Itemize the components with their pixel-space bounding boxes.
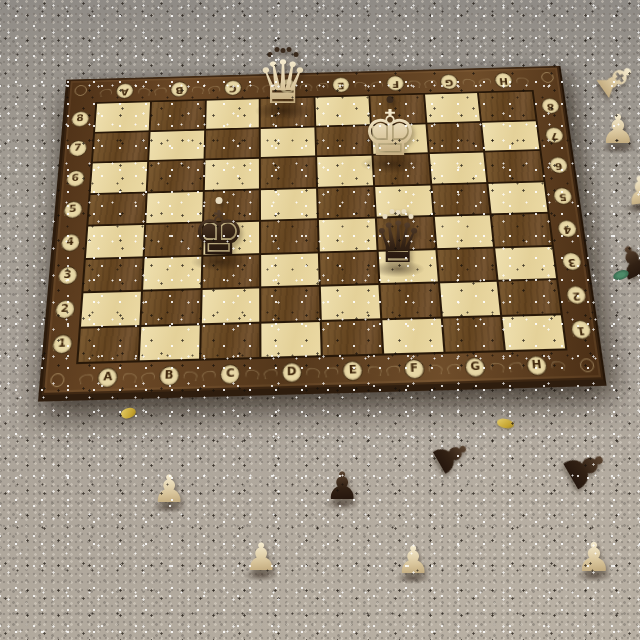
square-g5[interactable] [432, 183, 490, 215]
square-a5[interactable] [88, 193, 145, 225]
offboard-piece-white-piece-right-edge-cut[interactable]: ♟ [613, 162, 640, 218]
file-label-f: F [368, 74, 423, 93]
border-corner-ornament [541, 72, 555, 83]
rank-label-4: 4 [554, 212, 581, 245]
file-label-circle: F [386, 75, 405, 91]
rank-label-circle: 6 [548, 157, 569, 175]
rank-label-7: 7 [66, 133, 90, 164]
file-label-circle: E [332, 77, 350, 93]
rank-label-7: 7 [541, 120, 566, 150]
square-b7[interactable] [149, 130, 204, 160]
rank-label-circle: 3 [57, 266, 78, 285]
square-d5[interactable] [261, 188, 317, 220]
square-d1[interactable] [262, 322, 321, 357]
white-king-glyph: ♚ [362, 102, 418, 165]
file-label-b: B [138, 363, 200, 388]
file-label-circle: C [220, 363, 240, 384]
white-piece-glyph: ♟ [600, 109, 636, 149]
chess-piece-black-king-c3[interactable]: ♚ [180, 194, 258, 272]
file-label-circle: A [97, 367, 118, 388]
square-a1[interactable] [78, 327, 139, 362]
rank-label-circle: 1 [569, 320, 592, 340]
rank-label-5: 5 [60, 194, 84, 226]
rank-label-1: 1 [49, 327, 75, 363]
file-label-d: D [261, 359, 323, 384]
rank-label-3: 3 [558, 244, 585, 278]
border-corner-ornament [50, 373, 65, 387]
square-c6[interactable] [204, 159, 259, 190]
black-king-glyph: ♚ [192, 203, 246, 263]
square-c1[interactable] [201, 323, 260, 358]
file-label-circle: D [281, 362, 302, 383]
rank-label-circle: 2 [54, 300, 75, 320]
file-label-e: E [322, 358, 384, 383]
file-label-h: H [475, 71, 531, 90]
white-piece-glyph: ♟ [152, 470, 186, 508]
dark-piece-glyph: ♟ [325, 467, 359, 505]
rank-label-6: 6 [545, 150, 571, 181]
file-label-g: G [422, 72, 478, 91]
file-label-circle: B [170, 81, 188, 97]
square-h3[interactable] [495, 246, 556, 279]
rank-label-circle: 5 [62, 201, 82, 219]
rank-label-circle: 4 [556, 219, 578, 238]
white-piece-glyph: ♟ [244, 538, 278, 576]
file-label-circle: E [342, 360, 363, 381]
file-label-f: F [383, 356, 446, 381]
rank-label-3: 3 [55, 258, 80, 292]
square-a8[interactable] [95, 102, 150, 131]
rank-label-circle: 8 [70, 110, 89, 127]
chess-piece-white-queen-d8[interactable]: ♛ [244, 43, 322, 121]
square-h4[interactable] [492, 214, 552, 246]
file-label-g: G [444, 354, 507, 379]
offboard-piece-fallen-dark-piece-green-felt[interactable]: ♟ [598, 226, 640, 299]
square-a2[interactable] [81, 292, 141, 326]
scene: ABCDEFGH ABCDEFGH 87654321 87654321 ♛♚♚♛… [0, 0, 640, 640]
square-h7[interactable] [482, 121, 539, 151]
file-label-circle: G [464, 356, 486, 377]
file-label-circle: A [116, 83, 135, 99]
border-corner-ornament [579, 358, 595, 372]
rank-label-circle: 4 [60, 233, 81, 252]
offboard-piece-white-pawn-bottom-mid-left[interactable]: ♟ [236, 532, 285, 581]
file-label-circle: B [159, 365, 180, 386]
file-label-h: H [505, 353, 569, 378]
rank-label-circle: 6 [65, 170, 85, 188]
offboard-piece-fallen-dark-pawn-center[interactable]: ♟ [414, 419, 489, 494]
rank-label-8: 8 [538, 91, 563, 121]
square-g8[interactable] [425, 93, 481, 122]
square-g3[interactable] [437, 248, 497, 281]
file-label-b: B [152, 80, 207, 99]
rank-label-2: 2 [52, 292, 78, 327]
square-g1[interactable] [442, 316, 504, 351]
black-queen-glyph: ♛ [372, 214, 423, 271]
square-g2[interactable] [440, 282, 501, 316]
square-h2[interactable] [499, 280, 561, 314]
square-a4[interactable] [86, 225, 144, 258]
border-corner-ornament [74, 85, 87, 96]
square-g6[interactable] [429, 153, 486, 184]
file-label-circle: H [525, 355, 548, 376]
offboard-piece-white-pawn-bottom-right[interactable]: ♟ [568, 531, 620, 583]
king-top-knob [216, 197, 223, 204]
chess-board: ABCDEFGH ABCDEFGH 87654321 87654321 [38, 66, 607, 402]
chess-piece-white-king-f6[interactable]: ♚ [349, 93, 431, 175]
rank-label-circle: 7 [68, 140, 88, 157]
white-piece-glyph: ♟ [576, 537, 612, 577]
dark-piece-glyph: ♟ [608, 235, 640, 289]
square-g7[interactable] [427, 122, 483, 152]
square-g4[interactable] [434, 215, 493, 247]
offboard-piece-white-pawn-bottom-center[interactable]: ♟ [388, 535, 437, 584]
square-e2[interactable] [321, 285, 380, 319]
square-h5[interactable] [489, 182, 548, 213]
crown-ball-tips [281, 48, 286, 53]
white-piece-glyph: ♝ [585, 50, 640, 110]
square-b2[interactable] [141, 290, 200, 324]
board-grid [78, 92, 565, 362]
file-label-a: A [76, 365, 139, 390]
offboard-piece-white-pawn-right-edge[interactable]: ♟ [592, 103, 640, 155]
rank-label-6: 6 [63, 163, 87, 194]
square-d3[interactable] [261, 253, 318, 286]
gold-ornament-left [119, 406, 137, 421]
king-top-knob [386, 96, 393, 103]
square-c2[interactable] [201, 288, 259, 322]
rank-label-circle: 8 [540, 97, 560, 114]
rank-label-circle: 2 [565, 285, 587, 305]
dark-piece-glyph: ♟ [553, 436, 619, 500]
square-b1[interactable] [140, 325, 200, 360]
white-queen-glyph: ♛ [256, 52, 310, 112]
rank-label-8: 8 [68, 104, 91, 134]
square-a6[interactable] [91, 162, 147, 193]
file-label-circle: F [403, 358, 425, 379]
rank-label-circle: 1 [51, 334, 73, 354]
file-label-c: C [199, 361, 261, 386]
square-d4[interactable] [261, 220, 318, 252]
square-h6[interactable] [485, 151, 543, 182]
square-d2[interactable] [261, 287, 319, 321]
square-b6[interactable] [148, 160, 204, 191]
square-a3[interactable] [84, 258, 143, 291]
file-label-circle: G [440, 74, 459, 90]
rank-label-circle: 3 [560, 252, 582, 271]
file-label-e: E [314, 75, 369, 94]
rank-label-circle: 5 [552, 187, 573, 205]
square-b8[interactable] [150, 101, 204, 130]
square-d6[interactable] [261, 157, 316, 188]
square-a7[interactable] [93, 132, 148, 162]
gold-ornament-right [496, 417, 514, 429]
white-piece-glyph: ♟ [396, 541, 430, 579]
offboard-piece-dark-pawn-bottom-center[interactable]: ♟ [317, 461, 366, 510]
white-piece-glyph: ♟ [621, 169, 640, 211]
rank-label-1: 1 [567, 312, 595, 348]
rank-label-2: 2 [562, 278, 589, 313]
rank-label-4: 4 [58, 226, 83, 259]
rank-label-circle: 7 [544, 127, 565, 144]
square-c7[interactable] [205, 129, 259, 159]
square-f2[interactable] [380, 283, 440, 317]
offboard-piece-fallen-dark-piece-right[interactable]: ♟ [542, 424, 631, 513]
offboard-piece-white-pawn-bottom-left[interactable]: ♟ [144, 464, 193, 513]
crown-ball-tips [396, 210, 401, 215]
square-h8[interactable] [479, 92, 535, 121]
file-label-circle: C [224, 80, 242, 96]
square-h1[interactable] [503, 315, 566, 350]
square-f1[interactable] [382, 318, 443, 353]
chess-piece-black-queen-f3[interactable]: ♛ [361, 205, 435, 279]
file-label-a: A [97, 81, 152, 100]
square-e1[interactable] [322, 320, 382, 355]
rank-label-5: 5 [549, 180, 575, 212]
dark-piece-glyph: ♟ [423, 429, 478, 483]
file-label-circle: H [493, 72, 513, 88]
square-d7[interactable] [261, 127, 315, 157]
